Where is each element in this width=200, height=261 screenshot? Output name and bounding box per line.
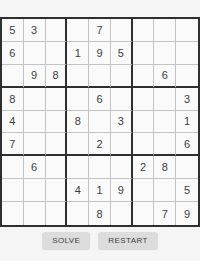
- sudoku-cell-r7c3[interactable]: [46, 156, 68, 179]
- sudoku-cell-r6c1[interactable]: 7: [2, 133, 24, 156]
- sudoku-cell-r5c2[interactable]: [24, 111, 46, 134]
- sudoku-cell-r8c6[interactable]: 9: [111, 179, 133, 202]
- sudoku-cell-r9c9[interactable]: 9: [176, 202, 198, 225]
- sudoku-cell-r9c2[interactable]: [24, 202, 46, 225]
- sudoku-cell-r6c5[interactable]: 2: [89, 133, 111, 156]
- sudoku-cell-r8c2[interactable]: [24, 179, 46, 202]
- sudoku-cell-r5c6[interactable]: 3: [111, 111, 133, 134]
- sudoku-cell-r6c4[interactable]: [67, 133, 89, 156]
- sudoku-cell-r7c4[interactable]: [67, 156, 89, 179]
- sudoku-cell-r1c4[interactable]: [67, 19, 89, 42]
- sudoku-cell-r7c7[interactable]: 2: [133, 156, 155, 179]
- sudoku-cell-r4c8[interactable]: [154, 88, 176, 111]
- sudoku-app: 537619598686348317266284195879 SOLVE RES…: [0, 0, 200, 261]
- sudoku-cell-r6c2[interactable]: [24, 133, 46, 156]
- sudoku-cell-r1c2[interactable]: 3: [24, 19, 46, 42]
- sudoku-cell-r4c4[interactable]: [67, 88, 89, 111]
- sudoku-cell-r3c2[interactable]: 9: [24, 65, 46, 88]
- sudoku-cell-r5c4[interactable]: 8: [67, 111, 89, 134]
- sudoku-cell-r5c8[interactable]: [154, 111, 176, 134]
- sudoku-cell-r4c5[interactable]: 6: [89, 88, 111, 111]
- sudoku-cell-r4c7[interactable]: [133, 88, 155, 111]
- sudoku-cell-r2c8[interactable]: [154, 42, 176, 65]
- sudoku-cell-r7c1[interactable]: [2, 156, 24, 179]
- sudoku-cell-r5c5[interactable]: [89, 111, 111, 134]
- sudoku-cell-r7c9[interactable]: [176, 156, 198, 179]
- sudoku-cell-r4c2[interactable]: [24, 88, 46, 111]
- sudoku-cell-r2c4[interactable]: 1: [67, 42, 89, 65]
- sudoku-cell-r9c7[interactable]: [133, 202, 155, 225]
- solve-button[interactable]: SOLVE: [42, 232, 90, 249]
- sudoku-cell-r5c9[interactable]: 1: [176, 111, 198, 134]
- sudoku-cell-r6c6[interactable]: [111, 133, 133, 156]
- sudoku-cell-r5c7[interactable]: [133, 111, 155, 134]
- sudoku-cell-r9c4[interactable]: [67, 202, 89, 225]
- sudoku-cell-r9c5[interactable]: 8: [89, 202, 111, 225]
- sudoku-cell-r7c8[interactable]: 8: [154, 156, 176, 179]
- sudoku-cell-r5c1[interactable]: 4: [2, 111, 24, 134]
- sudoku-cell-r3c3[interactable]: 8: [46, 65, 68, 88]
- sudoku-cell-r4c3[interactable]: [46, 88, 68, 111]
- sudoku-cell-r9c3[interactable]: [46, 202, 68, 225]
- sudoku-cell-r8c9[interactable]: 5: [176, 179, 198, 202]
- sudoku-cell-r8c5[interactable]: 1: [89, 179, 111, 202]
- sudoku-cell-r4c9[interactable]: 3: [176, 88, 198, 111]
- sudoku-cell-r9c8[interactable]: 7: [154, 202, 176, 225]
- sudoku-cell-r1c6[interactable]: [111, 19, 133, 42]
- sudoku-cell-r2c3[interactable]: [46, 42, 68, 65]
- sudoku-cell-r8c1[interactable]: [2, 179, 24, 202]
- sudoku-cell-r2c2[interactable]: [24, 42, 46, 65]
- sudoku-cell-r2c1[interactable]: 6: [2, 42, 24, 65]
- sudoku-cell-r2c9[interactable]: [176, 42, 198, 65]
- sudoku-cell-r2c5[interactable]: 9: [89, 42, 111, 65]
- sudoku-cell-r2c7[interactable]: [133, 42, 155, 65]
- sudoku-cell-r3c5[interactable]: [89, 65, 111, 88]
- sudoku-cell-r4c1[interactable]: 8: [2, 88, 24, 111]
- sudoku-cell-r4c6[interactable]: [111, 88, 133, 111]
- sudoku-cell-r3c1[interactable]: [2, 65, 24, 88]
- sudoku-cell-r9c6[interactable]: [111, 202, 133, 225]
- sudoku-cell-r7c2[interactable]: 6: [24, 156, 46, 179]
- sudoku-cell-r8c3[interactable]: [46, 179, 68, 202]
- sudoku-cell-r8c7[interactable]: [133, 179, 155, 202]
- sudoku-cell-r6c8[interactable]: [154, 133, 176, 156]
- sudoku-cell-r6c7[interactable]: [133, 133, 155, 156]
- sudoku-cell-r1c3[interactable]: [46, 19, 68, 42]
- sudoku-cell-r3c4[interactable]: [67, 65, 89, 88]
- sudoku-cell-r9c1[interactable]: [2, 202, 24, 225]
- sudoku-cell-r5c3[interactable]: [46, 111, 68, 134]
- sudoku-cell-r3c9[interactable]: [176, 65, 198, 88]
- sudoku-cell-r8c4[interactable]: 4: [67, 179, 89, 202]
- sudoku-cell-r7c6[interactable]: [111, 156, 133, 179]
- sudoku-cell-r6c3[interactable]: [46, 133, 68, 156]
- sudoku-cell-r2c6[interactable]: 5: [111, 42, 133, 65]
- sudoku-cell-r7c5[interactable]: [89, 156, 111, 179]
- sudoku-cell-r3c8[interactable]: 6: [154, 65, 176, 88]
- sudoku-cell-r8c8[interactable]: [154, 179, 176, 202]
- sudoku-board: 537619598686348317266284195879: [0, 17, 200, 227]
- sudoku-cell-r3c7[interactable]: [133, 65, 155, 88]
- sudoku-cell-r6c9[interactable]: 6: [176, 133, 198, 156]
- sudoku-cell-r1c1[interactable]: 5: [2, 19, 24, 42]
- sudoku-cell-r1c5[interactable]: 7: [89, 19, 111, 42]
- restart-button[interactable]: RESTART: [98, 232, 157, 249]
- sudoku-cell-r1c8[interactable]: [154, 19, 176, 42]
- sudoku-cell-r1c9[interactable]: [176, 19, 198, 42]
- sudoku-cell-r3c6[interactable]: [111, 65, 133, 88]
- sudoku-cell-r1c7[interactable]: [133, 19, 155, 42]
- controls-bar: SOLVE RESTART: [0, 232, 200, 249]
